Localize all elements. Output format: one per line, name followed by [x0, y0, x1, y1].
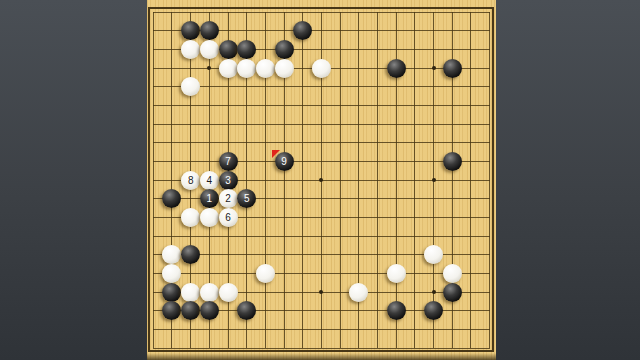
white-stone: 6 [219, 208, 238, 227]
white-stone [200, 283, 219, 302]
last-move-marker [272, 150, 280, 158]
move-number: 5 [237, 189, 256, 208]
white-stone [181, 40, 200, 59]
move-number: 4 [200, 171, 219, 190]
move-number: 1 [200, 189, 219, 208]
white-stone [256, 59, 275, 78]
white-stone [275, 59, 294, 78]
white-stone [181, 283, 200, 302]
white-stone: 2 [219, 189, 238, 208]
grid-line-horizontal [153, 329, 489, 330]
move-number: 3 [219, 171, 238, 190]
black-stone [443, 283, 462, 302]
grid-line-vertical [377, 12, 378, 348]
move-number: 6 [219, 208, 238, 227]
grid-line-horizontal [153, 273, 489, 274]
move-number: 8 [181, 171, 200, 190]
black-stone [387, 301, 406, 320]
white-stone [387, 264, 406, 283]
white-stone [237, 59, 256, 78]
black-stone: 9 [275, 152, 294, 171]
black-stone [275, 40, 294, 59]
grid-line-vertical [470, 12, 471, 348]
star-point [432, 178, 436, 182]
white-stone: 4 [200, 171, 219, 190]
move-number: 2 [219, 189, 238, 208]
grid-line-vertical [340, 12, 341, 348]
white-stone [200, 40, 219, 59]
black-stone [219, 40, 238, 59]
black-stone: 3 [219, 171, 238, 190]
black-stone: 5 [237, 189, 256, 208]
move-number: 7 [219, 152, 238, 171]
white-stone [312, 59, 331, 78]
black-stone [387, 59, 406, 78]
star-point [432, 66, 436, 70]
star-point [432, 290, 436, 294]
go-board[interactable]: 798431256 [147, 0, 496, 360]
grid-line-horizontal [153, 348, 489, 349]
white-stone: 8 [181, 171, 200, 190]
white-stone [256, 264, 275, 283]
white-stone [219, 59, 238, 78]
grid-line-vertical [489, 12, 490, 348]
black-stone: 7 [219, 152, 238, 171]
black-stone [200, 21, 219, 40]
grid-line-vertical [414, 12, 415, 348]
white-stone [443, 264, 462, 283]
white-stone [219, 283, 238, 302]
white-stone [349, 283, 368, 302]
black-stone [443, 59, 462, 78]
grid-line-horizontal [153, 236, 489, 237]
black-stone [237, 40, 256, 59]
black-stone [443, 152, 462, 171]
white-stone [200, 208, 219, 227]
white-stone [181, 208, 200, 227]
black-stone: 1 [200, 189, 219, 208]
